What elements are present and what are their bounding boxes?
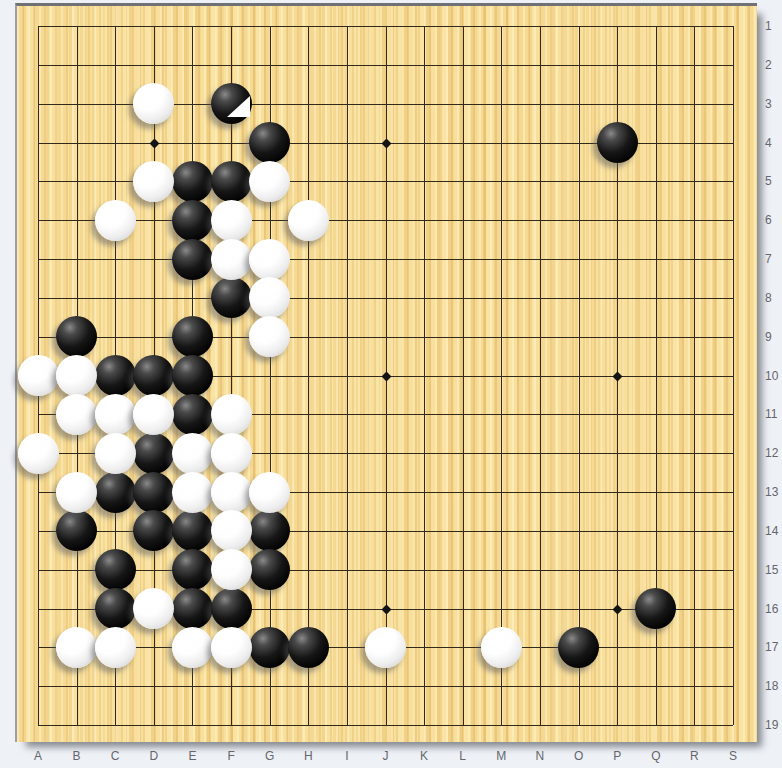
col-label-F: F xyxy=(227,749,234,763)
stone-black-F3 xyxy=(211,83,252,124)
row-label-6: 6 xyxy=(765,213,772,227)
stone-white-B11 xyxy=(56,394,97,435)
stone-white-G8 xyxy=(249,277,290,318)
stone-black-G17 xyxy=(249,627,290,668)
grid-line-vertical xyxy=(501,26,502,725)
col-label-M: M xyxy=(496,749,506,763)
stone-black-E5 xyxy=(172,161,213,202)
grid-line-vertical xyxy=(540,26,541,725)
stone-white-F6 xyxy=(211,200,252,241)
col-label-B: B xyxy=(73,749,81,763)
stone-black-F16 xyxy=(211,588,252,629)
star-point-J10 xyxy=(381,371,391,381)
row-label-8: 8 xyxy=(765,291,772,305)
stone-black-H17 xyxy=(288,627,329,668)
stone-white-G5 xyxy=(249,161,290,202)
row-label-7: 7 xyxy=(765,252,772,266)
stone-white-C12 xyxy=(95,433,136,474)
stone-white-B10 xyxy=(56,355,97,396)
star-point-P10 xyxy=(613,371,623,381)
go-app-window: ABCDEFGHIJKLMNOPQRS 12345678910111213141… xyxy=(0,0,782,768)
row-label-4: 4 xyxy=(765,136,772,150)
stone-white-F15 xyxy=(211,549,252,590)
col-label-H: H xyxy=(304,749,313,763)
stone-black-C16 xyxy=(95,588,136,629)
stone-black-F5 xyxy=(211,161,252,202)
row-label-19: 19 xyxy=(765,718,778,732)
stone-white-D5 xyxy=(133,161,174,202)
stone-black-E9 xyxy=(172,316,213,357)
row-label-12: 12 xyxy=(765,446,778,460)
stone-white-G7 xyxy=(249,239,290,280)
col-label-N: N xyxy=(536,749,545,763)
row-label-16: 16 xyxy=(765,602,778,616)
go-board[interactable] xyxy=(15,3,757,742)
stone-white-C11 xyxy=(95,394,136,435)
stone-white-E13 xyxy=(172,472,213,513)
row-label-17: 17 xyxy=(765,640,778,654)
row-label-11: 11 xyxy=(765,407,777,421)
stone-white-A10 xyxy=(18,355,59,396)
stone-white-F13 xyxy=(211,472,252,513)
col-label-D: D xyxy=(149,749,158,763)
stone-white-G9 xyxy=(249,316,290,357)
col-label-L: L xyxy=(459,749,466,763)
stone-black-E16 xyxy=(172,588,213,629)
stone-black-C10 xyxy=(95,355,136,396)
col-label-J: J xyxy=(383,749,389,763)
stone-white-G13 xyxy=(249,472,290,513)
stone-white-E12 xyxy=(172,433,213,474)
stone-white-C6 xyxy=(95,200,136,241)
stone-white-D11 xyxy=(133,394,174,435)
col-label-Q: Q xyxy=(651,749,660,763)
stone-white-C17 xyxy=(95,627,136,668)
stone-black-G14 xyxy=(249,510,290,551)
row-label-13: 13 xyxy=(765,485,778,499)
col-label-R: R xyxy=(690,749,699,763)
stone-white-B13 xyxy=(56,472,97,513)
grid-line-vertical xyxy=(463,26,464,725)
stone-white-J17 xyxy=(365,627,406,668)
stone-white-F7 xyxy=(211,239,252,280)
stone-black-D13 xyxy=(133,472,174,513)
grid-line-vertical xyxy=(347,26,348,725)
stone-white-M17 xyxy=(481,627,522,668)
stone-black-E7 xyxy=(172,239,213,280)
stone-black-Q16 xyxy=(635,588,676,629)
stone-black-D10 xyxy=(133,355,174,396)
stone-white-F14 xyxy=(211,510,252,551)
grid-line-vertical xyxy=(579,26,580,725)
grid-line-vertical xyxy=(733,26,734,725)
stone-white-H6 xyxy=(288,200,329,241)
col-label-K: K xyxy=(420,749,428,763)
row-label-5: 5 xyxy=(765,174,772,188)
row-label-9: 9 xyxy=(765,330,772,344)
star-point-J4 xyxy=(381,138,391,148)
grid-line-vertical xyxy=(424,26,425,725)
row-label-15: 15 xyxy=(765,563,778,577)
stone-white-B17 xyxy=(56,627,97,668)
stone-black-P4 xyxy=(597,122,638,163)
col-label-A: A xyxy=(34,749,42,763)
col-label-I: I xyxy=(345,749,348,763)
grid-line-horizontal xyxy=(38,725,733,726)
stone-black-F8 xyxy=(211,277,252,318)
grid-line-vertical xyxy=(308,26,309,725)
stone-white-F11 xyxy=(211,394,252,435)
stone-black-E14 xyxy=(172,510,213,551)
stone-black-O17 xyxy=(558,627,599,668)
stone-white-F12 xyxy=(211,433,252,474)
col-label-C: C xyxy=(111,749,120,763)
stone-white-D16 xyxy=(133,588,174,629)
col-label-P: P xyxy=(613,749,621,763)
star-point-J16 xyxy=(381,604,391,614)
row-label-1: 1 xyxy=(765,19,772,33)
row-label-14: 14 xyxy=(765,524,778,538)
col-label-O: O xyxy=(574,749,583,763)
stone-black-G4 xyxy=(249,122,290,163)
stone-black-D12 xyxy=(133,433,174,474)
col-label-G: G xyxy=(265,749,274,763)
stone-white-D3 xyxy=(133,83,174,124)
star-point-D4 xyxy=(149,138,159,148)
stone-black-B9 xyxy=(56,316,97,357)
row-label-18: 18 xyxy=(765,679,778,693)
stone-white-F17 xyxy=(211,627,252,668)
stone-black-C15 xyxy=(95,549,136,590)
col-label-S: S xyxy=(729,749,737,763)
stone-black-B14 xyxy=(56,510,97,551)
stone-black-D14 xyxy=(133,510,174,551)
star-point-P16 xyxy=(613,604,623,614)
row-label-2: 2 xyxy=(765,58,772,72)
row-label-3: 3 xyxy=(765,97,772,111)
stone-black-G15 xyxy=(249,549,290,590)
stone-white-A12 xyxy=(18,433,59,474)
grid-line-vertical xyxy=(694,26,695,725)
stone-black-E10 xyxy=(172,355,213,396)
row-label-10: 10 xyxy=(765,369,778,383)
stone-black-E6 xyxy=(172,200,213,241)
stone-black-E11 xyxy=(172,394,213,435)
stone-black-E15 xyxy=(172,549,213,590)
stone-white-E17 xyxy=(172,627,213,668)
stone-black-C13 xyxy=(95,472,136,513)
col-label-E: E xyxy=(188,749,196,763)
last-move-marker xyxy=(227,96,250,117)
